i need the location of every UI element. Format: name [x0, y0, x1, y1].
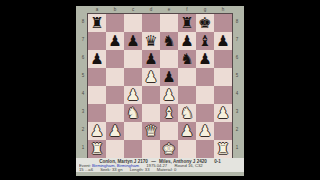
rank-label-8: 8	[233, 13, 241, 31]
file-label-g: g	[196, 6, 214, 13]
black-pawn-piece: ♟	[162, 68, 175, 86]
black-queen-piece: ♛	[144, 32, 157, 50]
square-f2[interactable]: ♟	[178, 122, 196, 140]
rank-label-3: 3	[79, 103, 87, 121]
event-link[interactable]: Birmingham, Birmingham	[92, 164, 139, 168]
square-h2[interactable]	[214, 122, 232, 140]
file-labels-top: abcdefgh	[76, 6, 244, 13]
square-e8[interactable]	[160, 14, 178, 32]
square-f1[interactable]	[178, 140, 196, 158]
black-rook-piece: ♜	[90, 14, 103, 32]
square-e5[interactable]: ♟	[160, 68, 178, 86]
square-g1[interactable]	[196, 140, 214, 158]
square-e1[interactable]: ♚	[160, 140, 178, 158]
square-e2[interactable]	[160, 122, 178, 140]
square-f3[interactable]: ♞	[178, 104, 196, 122]
square-f6[interactable]: ♞	[178, 50, 196, 68]
square-f5[interactable]	[178, 68, 196, 86]
square-d7[interactable]: ♛	[142, 32, 160, 50]
square-a6[interactable]: ♟	[88, 50, 106, 68]
rank-label-1: 1	[233, 139, 241, 157]
white-pawn-piece: ♟	[90, 122, 103, 140]
square-a3[interactable]	[88, 104, 106, 122]
white-pawn-piece: ♟	[216, 104, 229, 122]
square-c1[interactable]	[124, 140, 142, 158]
square-a5[interactable]	[88, 68, 106, 86]
square-c4[interactable]: ♟	[124, 86, 142, 104]
rank-label-3: 3	[233, 103, 241, 121]
black-bishop-piece: ♝	[198, 32, 211, 50]
square-g3[interactable]	[196, 104, 214, 122]
square-a7[interactable]	[88, 32, 106, 50]
caption-panel: Conlon, Martyn J 2170 — Miles, Anthony J…	[76, 158, 244, 172]
rank-label-5: 5	[79, 67, 87, 85]
seek-info: Seek: 33 gn	[94, 168, 122, 172]
length-info: Length: 33	[124, 168, 150, 172]
rank-label-1: 1	[79, 139, 87, 157]
rank-labels-left: 87654321	[79, 13, 87, 157]
game-result: 0-1	[208, 159, 221, 164]
white-rook-piece: ♜	[216, 140, 229, 158]
file-label-d: d	[142, 6, 160, 13]
square-b2[interactable]: ♟	[106, 122, 124, 140]
square-b8[interactable]	[106, 14, 124, 32]
square-d2[interactable]: ♛	[142, 122, 160, 140]
black-pawn-piece: ♟	[90, 50, 103, 68]
square-h3[interactable]: ♟	[214, 104, 232, 122]
white-pawn-piece: ♟	[180, 122, 193, 140]
rank-label-6: 6	[79, 49, 87, 67]
file-label-e: e	[160, 6, 178, 13]
square-a1[interactable]: ♜	[88, 140, 106, 158]
square-c7[interactable]: ♟	[124, 32, 142, 50]
square-c2[interactable]	[124, 122, 142, 140]
chess-board[interactable]: ♜♜♚♟♟♛♞♟♝♟♟♟♞♟♟♟♟♟♞♝♞♟♟♟♛♟♟♜♚♜	[87, 13, 233, 159]
square-g6[interactable]: ♟	[196, 50, 214, 68]
white-pawn-piece: ♟	[126, 86, 139, 104]
white-rook-piece: ♜	[90, 140, 103, 158]
square-h4[interactable]	[214, 86, 232, 104]
black-pawn-piece: ♟	[180, 32, 193, 50]
square-d8[interactable]	[142, 14, 160, 32]
square-e4[interactable]: ♟	[160, 86, 178, 104]
white-pawn-piece: ♟	[162, 86, 175, 104]
file-label-b: b	[106, 6, 124, 13]
black-knight-piece: ♞	[162, 32, 175, 50]
square-a8[interactable]: ♜	[88, 14, 106, 32]
file-label-h: h	[214, 6, 232, 13]
event-round: Round 16,	[168, 164, 193, 168]
event-label: Event:	[79, 164, 91, 168]
square-h8[interactable]	[214, 14, 232, 32]
square-b1[interactable]	[106, 140, 124, 158]
white-queen-piece: ♛	[144, 122, 157, 140]
square-b7[interactable]: ♟	[106, 32, 124, 50]
square-d1[interactable]	[142, 140, 160, 158]
white-king-piece: ♚	[162, 140, 175, 158]
black-pawn-piece: ♟	[198, 50, 211, 68]
square-c6[interactable]	[124, 50, 142, 68]
square-d6[interactable]: ♟	[142, 50, 160, 68]
square-g4[interactable]	[196, 86, 214, 104]
square-e6[interactable]	[160, 50, 178, 68]
square-d4[interactable]	[142, 86, 160, 104]
square-c8[interactable]	[124, 14, 142, 32]
file-label-a: a	[88, 6, 106, 13]
square-b6[interactable]	[106, 50, 124, 68]
square-h7[interactable]: ♟	[214, 32, 232, 50]
board-wrapper: 87654321 ♜♜♚♟♟♛♞♟♝♟♟♟♞♟♟♟♟♟♞♝♞♟♟♟♛♟♟♜♚♜ …	[76, 13, 244, 159]
square-g7[interactable]: ♝	[196, 32, 214, 50]
last-move: ...a6	[85, 168, 93, 172]
black-king-piece: ♚	[198, 14, 211, 32]
video-frame: abcdefgh 87654321 ♜♜♚♟♟♛♞♟♝♟♟♟♞♟♟♟♟♟♞♝♞♟…	[0, 0, 320, 180]
black-pawn-piece: ♟	[144, 50, 157, 68]
rank-label-2: 2	[79, 121, 87, 139]
file-label-c: c	[124, 6, 142, 13]
rank-label-5: 5	[233, 67, 241, 85]
square-c5[interactable]	[124, 68, 142, 86]
square-a2[interactable]: ♟	[88, 122, 106, 140]
square-g5[interactable]	[196, 68, 214, 86]
square-f7[interactable]: ♟	[178, 32, 196, 50]
square-g2[interactable]: ♟	[196, 122, 214, 140]
rank-label-4: 4	[79, 85, 87, 103]
black-pawn-piece: ♟	[216, 32, 229, 50]
white-pawn-piece: ♟	[198, 122, 211, 140]
square-g8[interactable]: ♚	[196, 14, 214, 32]
rank-label-6: 6	[233, 49, 241, 67]
white-knight-piece: ♞	[126, 104, 139, 122]
white-bishop-piece: ♝	[162, 104, 175, 122]
rank-label-8: 8	[79, 13, 87, 31]
square-d3[interactable]	[142, 104, 160, 122]
status-line: 15 ...a6 Seek: 33 gn Length: 33 Material…	[79, 168, 241, 172]
square-b3[interactable]	[106, 104, 124, 122]
white-knight-piece: ♞	[180, 104, 193, 122]
file-label-f: f	[178, 6, 196, 13]
square-h1[interactable]: ♜	[214, 140, 232, 158]
material-info: Material: 0	[151, 168, 177, 172]
square-h5[interactable]	[214, 68, 232, 86]
content-area: abcdefgh 87654321 ♜♜♚♟♟♛♞♟♝♟♟♟♞♟♟♟♟♟♞♝♞♟…	[76, 6, 244, 176]
square-b5[interactable]	[106, 68, 124, 86]
black-pawn-piece: ♟	[126, 32, 139, 50]
square-f4[interactable]	[178, 86, 196, 104]
black-pawn-piece: ♟	[108, 32, 121, 50]
black-knight-piece: ♞	[180, 50, 193, 68]
square-d5[interactable]: ♟	[142, 68, 160, 86]
black-rook-piece: ♜	[180, 14, 193, 32]
event-date: 1975.04.27	[140, 164, 167, 168]
rank-label-4: 4	[233, 85, 241, 103]
rank-label-7: 7	[79, 31, 87, 49]
square-e3[interactable]: ♝	[160, 104, 178, 122]
square-h6[interactable]	[214, 50, 232, 68]
square-c3[interactable]: ♞	[124, 104, 142, 122]
white-pawn-piece: ♟	[144, 68, 157, 86]
square-a4[interactable]	[88, 86, 106, 104]
rank-label-2: 2	[233, 121, 241, 139]
square-e7[interactable]: ♞	[160, 32, 178, 50]
eco-code: C32	[195, 164, 203, 168]
rank-labels-right: 87654321	[233, 13, 241, 157]
rank-label-7: 7	[233, 31, 241, 49]
square-f8[interactable]: ♜	[178, 14, 196, 32]
move-number: 15	[79, 168, 84, 172]
square-b4[interactable]	[106, 86, 124, 104]
white-pawn-piece: ♟	[108, 122, 121, 140]
